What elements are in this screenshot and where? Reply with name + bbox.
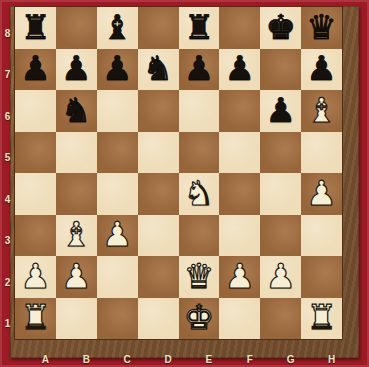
rank-label-2: 2	[0, 277, 15, 288]
square-b6[interactable]: ♞	[56, 90, 97, 132]
piece-white-pawn[interactable]: ♟	[20, 259, 50, 293]
piece-black-king[interactable]: ♚	[265, 10, 295, 44]
square-a1[interactable]: ♜	[15, 298, 56, 340]
square-a3[interactable]	[15, 215, 56, 257]
square-c7[interactable]: ♟	[97, 49, 138, 91]
file-label-a: A	[35, 354, 55, 366]
chess-board: ♜♝♜♚♛♟♟♟♞♟♟♟♞♟♝♞♟♝♟♟♟♛♟♟♜♚♜	[15, 7, 342, 339]
piece-black-pawn[interactable]: ♟	[225, 51, 255, 85]
file-label-h: H	[322, 354, 342, 366]
square-e5[interactable]	[179, 132, 220, 174]
square-e6[interactable]	[179, 90, 220, 132]
square-b1[interactable]	[56, 298, 97, 340]
square-h4[interactable]: ♟	[301, 173, 342, 215]
rank-label-4: 4	[0, 194, 15, 205]
square-f4[interactable]	[219, 173, 260, 215]
square-f3[interactable]	[219, 215, 260, 257]
square-b8[interactable]	[56, 7, 97, 49]
piece-black-pawn[interactable]: ♟	[306, 51, 336, 85]
square-b5[interactable]	[56, 132, 97, 174]
square-c3[interactable]: ♟	[97, 215, 138, 257]
piece-black-pawn[interactable]: ♟	[20, 51, 50, 85]
square-e2[interactable]: ♛	[179, 256, 220, 298]
square-b2[interactable]: ♟	[56, 256, 97, 298]
piece-white-knight[interactable]: ♞	[184, 176, 214, 210]
piece-white-bishop[interactable]: ♝	[306, 93, 336, 127]
file-label-c: C	[117, 354, 137, 366]
piece-black-pawn[interactable]: ♟	[102, 51, 132, 85]
piece-black-knight[interactable]: ♞	[61, 93, 91, 127]
rank-label-7: 7	[0, 69, 15, 80]
file-label-f: F	[240, 354, 260, 366]
square-a5[interactable]	[15, 132, 56, 174]
square-f6[interactable]	[219, 90, 260, 132]
square-d4[interactable]	[138, 173, 179, 215]
rank-label-8: 8	[0, 28, 15, 39]
file-label-b: B	[76, 354, 96, 366]
square-f7[interactable]: ♟	[219, 49, 260, 91]
piece-black-knight[interactable]: ♞	[143, 51, 173, 85]
piece-black-bishop[interactable]: ♝	[102, 10, 132, 44]
square-d7[interactable]: ♞	[138, 49, 179, 91]
rank-label-3: 3	[0, 235, 15, 246]
square-g5[interactable]	[260, 132, 301, 174]
square-g7[interactable]	[260, 49, 301, 91]
square-e8[interactable]: ♜	[179, 7, 220, 49]
piece-black-rook[interactable]: ♜	[184, 10, 214, 44]
piece-white-rook[interactable]: ♜	[306, 300, 336, 334]
square-c4[interactable]	[97, 173, 138, 215]
square-e3[interactable]	[179, 215, 220, 257]
piece-black-pawn[interactable]: ♟	[184, 51, 214, 85]
chess-app-window: ♜♝♜♚♛♟♟♟♞♟♟♟♞♟♝♞♟♝♟♟♟♛♟♟♜♚♜ 87654321ABCD…	[0, 0, 369, 367]
square-b4[interactable]	[56, 173, 97, 215]
square-d6[interactable]	[138, 90, 179, 132]
rank-label-6: 6	[0, 111, 15, 122]
piece-white-bishop[interactable]: ♝	[61, 217, 91, 251]
piece-white-rook[interactable]: ♜	[20, 300, 50, 334]
piece-black-rook[interactable]: ♜	[20, 10, 50, 44]
square-g3[interactable]	[260, 215, 301, 257]
square-f8[interactable]	[219, 7, 260, 49]
square-h5[interactable]	[301, 132, 342, 174]
square-h3[interactable]	[301, 215, 342, 257]
square-h1[interactable]: ♜	[301, 298, 342, 340]
square-d5[interactable]	[138, 132, 179, 174]
square-g1[interactable]	[260, 298, 301, 340]
square-g2[interactable]: ♟	[260, 256, 301, 298]
square-a7[interactable]: ♟	[15, 49, 56, 91]
square-e1[interactable]: ♚	[179, 298, 220, 340]
square-d1[interactable]	[138, 298, 179, 340]
square-e7[interactable]: ♟	[179, 49, 220, 91]
square-f5[interactable]	[219, 132, 260, 174]
square-h8[interactable]: ♛	[301, 7, 342, 49]
rank-label-1: 1	[0, 318, 15, 329]
square-b3[interactable]: ♝	[56, 215, 97, 257]
square-a8[interactable]: ♜	[15, 7, 56, 49]
square-d8[interactable]	[138, 7, 179, 49]
square-d3[interactable]	[138, 215, 179, 257]
piece-white-king[interactable]: ♚	[184, 300, 214, 334]
square-a2[interactable]: ♟	[15, 256, 56, 298]
file-label-g: G	[281, 354, 301, 366]
piece-white-pawn[interactable]: ♟	[102, 217, 132, 251]
rank-label-5: 5	[0, 152, 15, 163]
piece-black-pawn[interactable]: ♟	[61, 51, 91, 85]
square-h7[interactable]: ♟	[301, 49, 342, 91]
square-c1[interactable]	[97, 298, 138, 340]
square-h6[interactable]: ♝	[301, 90, 342, 132]
square-g6[interactable]: ♟	[260, 90, 301, 132]
square-b7[interactable]: ♟	[56, 49, 97, 91]
file-label-d: D	[158, 354, 178, 366]
square-g4[interactable]	[260, 173, 301, 215]
file-label-e: E	[199, 354, 219, 366]
square-c5[interactable]	[97, 132, 138, 174]
piece-white-pawn[interactable]: ♟	[265, 259, 295, 293]
piece-black-queen[interactable]: ♛	[306, 10, 336, 44]
square-c8[interactable]: ♝	[97, 7, 138, 49]
piece-white-pawn[interactable]: ♟	[306, 176, 336, 210]
square-a4[interactable]	[15, 173, 56, 215]
square-h2[interactable]	[301, 256, 342, 298]
square-a6[interactable]	[15, 90, 56, 132]
square-c6[interactable]	[97, 90, 138, 132]
square-c2[interactable]	[97, 256, 138, 298]
square-d2[interactable]	[138, 256, 179, 298]
piece-white-pawn[interactable]: ♟	[225, 259, 255, 293]
square-f1[interactable]	[219, 298, 260, 340]
square-g8[interactable]: ♚	[260, 7, 301, 49]
square-f2[interactable]: ♟	[219, 256, 260, 298]
piece-white-pawn[interactable]: ♟	[61, 259, 91, 293]
piece-black-pawn[interactable]: ♟	[265, 93, 295, 127]
square-e4[interactable]: ♞	[179, 173, 220, 215]
piece-white-queen[interactable]: ♛	[184, 259, 214, 293]
